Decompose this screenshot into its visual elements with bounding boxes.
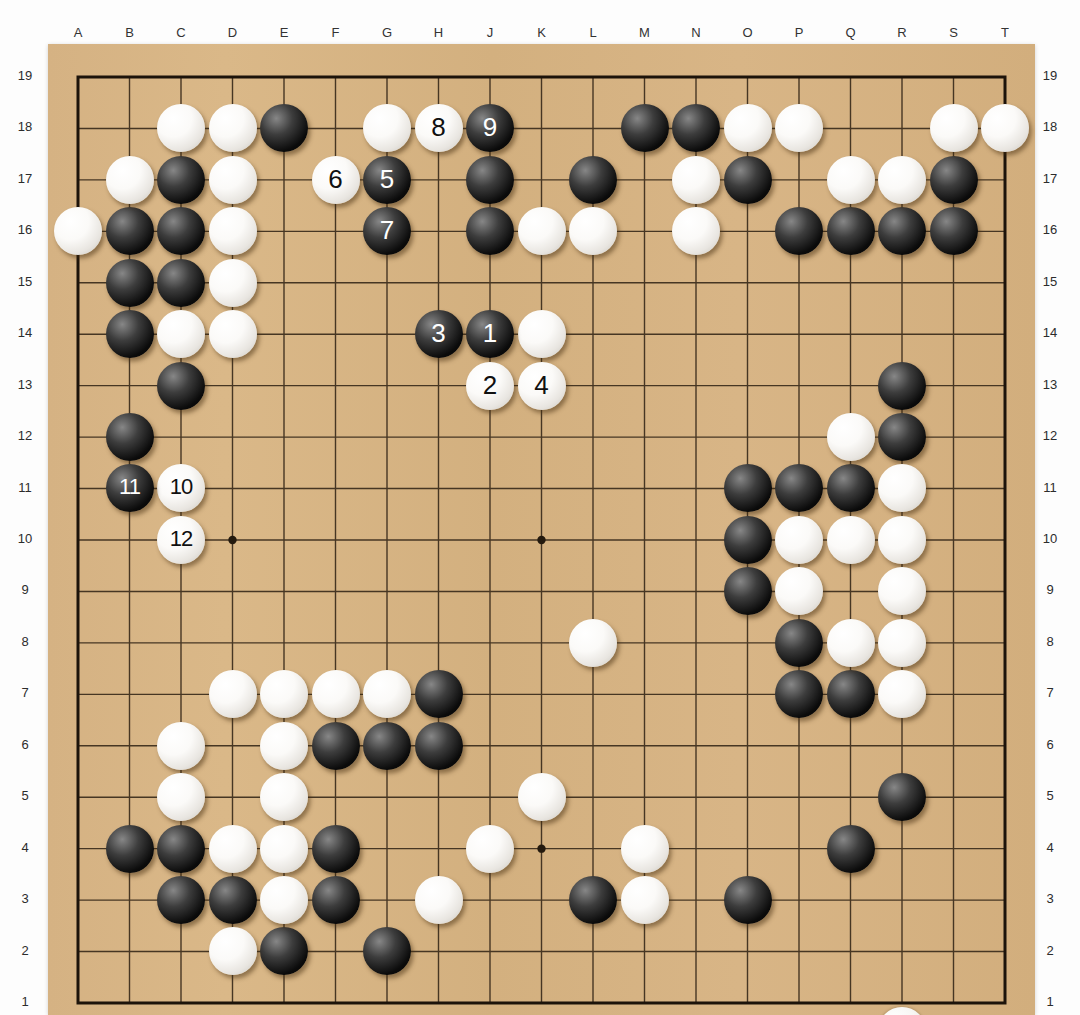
stone-white-C18[interactable] (155, 103, 207, 154)
stone-white-K14[interactable] (516, 308, 568, 359)
row-label-13-right: 13 (1036, 377, 1064, 392)
move-number-8: 8 (431, 114, 445, 140)
stone-white-E5[interactable] (258, 771, 310, 822)
stone-black-B15[interactable] (104, 257, 156, 308)
stone-white-D17[interactable] (207, 154, 259, 205)
row-label-19-right: 19 (1036, 68, 1064, 83)
row-label-12-left: 12 (11, 428, 39, 443)
stone-white-R9[interactable] (876, 566, 928, 617)
row-label-11-left: 11 (11, 480, 39, 495)
stone-black-J18[interactable]: 9 (464, 103, 516, 154)
column-label-T: T (993, 25, 1017, 40)
row-label-5-left: 5 (11, 788, 39, 803)
stone-white-K16[interactable] (516, 206, 568, 257)
column-label-M: M (633, 25, 657, 40)
stone-black-G17[interactable]: 5 (361, 154, 413, 205)
stone-black-H6[interactable] (413, 720, 465, 771)
move-number-4: 4 (534, 372, 548, 398)
column-label-P: P (787, 25, 811, 40)
row-label-6-right: 6 (1036, 737, 1064, 752)
stone-black-G6[interactable] (361, 720, 413, 771)
row-label-14-left: 14 (11, 325, 39, 340)
stone-white-R17[interactable] (876, 154, 928, 205)
row-label-13-left: 13 (11, 377, 39, 392)
row-label-1-left: 1 (11, 994, 39, 1009)
column-label-D: D (221, 25, 245, 40)
stone-black-B14[interactable] (104, 308, 156, 359)
stone-white-J13[interactable]: 2 (464, 360, 516, 411)
stone-black-O3[interactable] (722, 874, 774, 925)
stone-white-O18[interactable] (722, 103, 774, 154)
column-label-B: B (118, 25, 142, 40)
row-label-11-right: 11 (1036, 480, 1064, 495)
row-label-8-right: 8 (1036, 634, 1064, 649)
stone-white-H18[interactable]: 8 (413, 103, 465, 154)
stone-black-G16[interactable]: 7 (361, 206, 413, 257)
stone-white-M3[interactable] (619, 874, 671, 925)
row-label-16-right: 16 (1036, 222, 1064, 237)
stone-white-D18[interactable] (207, 103, 259, 154)
stone-white-C14[interactable] (155, 308, 207, 359)
stone-black-G2[interactable] (361, 926, 413, 977)
stone-black-M18[interactable] (619, 103, 671, 154)
column-label-F: F (324, 25, 348, 40)
stone-black-E18[interactable] (258, 103, 310, 154)
stone-black-J17[interactable] (464, 154, 516, 205)
stone-black-N18[interactable] (670, 103, 722, 154)
stone-white-D2[interactable] (207, 926, 259, 977)
stone-black-C16[interactable] (155, 206, 207, 257)
row-label-3-right: 3 (1036, 891, 1064, 906)
stone-white-H3[interactable] (413, 874, 465, 925)
row-label-17-right: 17 (1036, 171, 1064, 186)
move-number-6: 6 (328, 166, 342, 192)
stone-white-K5[interactable] (516, 771, 568, 822)
stone-black-B16[interactable] (104, 206, 156, 257)
stone-black-Q16[interactable] (825, 206, 877, 257)
column-label-H: H (427, 25, 451, 40)
stone-black-C15[interactable] (155, 257, 207, 308)
stone-black-S17[interactable] (928, 154, 980, 205)
stone-white-E4[interactable] (258, 823, 310, 874)
stone-white-D16[interactable] (207, 206, 259, 257)
stone-white-C6[interactable] (155, 720, 207, 771)
row-label-17-left: 17 (11, 171, 39, 186)
move-number-7: 7 (380, 217, 394, 243)
stone-white-R10[interactable] (876, 514, 928, 565)
row-label-2-left: 2 (11, 943, 39, 958)
stone-white-G18[interactable] (361, 103, 413, 154)
column-label-S: S (942, 25, 966, 40)
move-number-11: 11 (119, 476, 140, 498)
stone-black-P16[interactable] (773, 206, 825, 257)
row-label-18-left: 18 (11, 119, 39, 134)
stone-black-H7[interactable] (413, 669, 465, 720)
move-number-1: 1 (483, 320, 497, 346)
column-label-L: L (581, 25, 605, 40)
stone-white-F17[interactable]: 6 (310, 154, 362, 205)
stone-black-D3[interactable] (207, 874, 259, 925)
row-label-19-left: 19 (11, 68, 39, 83)
move-number-12: 12 (170, 528, 192, 550)
row-label-4-right: 4 (1036, 840, 1064, 855)
stone-black-C3[interactable] (155, 874, 207, 925)
row-label-3-left: 3 (11, 891, 39, 906)
stone-black-R16[interactable] (876, 206, 928, 257)
stone-black-H14[interactable]: 3 (413, 308, 465, 359)
row-label-10-left: 10 (11, 531, 39, 546)
move-number-3: 3 (431, 320, 445, 346)
stone-white-B17[interactable] (104, 154, 156, 205)
row-label-15-right: 15 (1036, 274, 1064, 289)
stone-black-S16[interactable] (928, 206, 980, 257)
stone-white-M4[interactable] (619, 823, 671, 874)
stone-black-Q7[interactable] (825, 669, 877, 720)
stone-white-F7[interactable] (310, 669, 362, 720)
stone-white-D14[interactable] (207, 308, 259, 359)
stone-black-O11[interactable] (722, 463, 774, 514)
stone-white-P10[interactable] (773, 514, 825, 565)
column-label-C: C (169, 25, 193, 40)
row-label-9-left: 9 (11, 582, 39, 597)
stone-black-R13[interactable] (876, 360, 928, 411)
stone-white-D4[interactable] (207, 823, 259, 874)
stone-black-O9[interactable] (722, 566, 774, 617)
stone-white-R11[interactable] (876, 463, 928, 514)
stone-white-E6[interactable] (258, 720, 310, 771)
stone-white-D7[interactable] (207, 669, 259, 720)
stones-grid: 123456789101112 (52, 51, 1031, 1015)
row-label-14-right: 14 (1036, 325, 1064, 340)
stone-black-L3[interactable] (567, 874, 619, 925)
row-label-10-right: 10 (1036, 531, 1064, 546)
row-label-15-left: 15 (11, 274, 39, 289)
stone-black-P11[interactable] (773, 463, 825, 514)
stone-black-J14[interactable]: 1 (464, 308, 516, 359)
stone-black-R12[interactable] (876, 411, 928, 462)
stone-white-Q8[interactable] (825, 617, 877, 668)
stone-white-S18[interactable] (928, 103, 980, 154)
move-number-5: 5 (380, 166, 394, 192)
column-label-E: E (272, 25, 296, 40)
column-label-J: J (478, 25, 502, 40)
stone-black-P8[interactable] (773, 617, 825, 668)
row-label-8-left: 8 (11, 634, 39, 649)
stone-white-N16[interactable] (670, 206, 722, 257)
stone-white-J4[interactable] (464, 823, 516, 874)
stone-black-J16[interactable] (464, 206, 516, 257)
stone-black-Q4[interactable] (825, 823, 877, 874)
column-label-Q: Q (839, 25, 863, 40)
stone-white-E3[interactable] (258, 874, 310, 925)
stone-black-F3[interactable] (310, 874, 362, 925)
move-number-10: 10 (170, 476, 192, 498)
stone-black-Q11[interactable] (825, 463, 877, 514)
row-label-1-right: 1 (1036, 994, 1064, 1009)
row-label-5-right: 5 (1036, 788, 1064, 803)
stone-white-N17[interactable] (670, 154, 722, 205)
stone-white-C11[interactable]: 10 (155, 463, 207, 514)
row-label-7-right: 7 (1036, 685, 1064, 700)
stone-white-C10[interactable]: 12 (155, 514, 207, 565)
stone-white-K13[interactable]: 4 (516, 360, 568, 411)
column-label-A: A (66, 25, 90, 40)
row-label-7-left: 7 (11, 685, 39, 700)
column-label-O: O (736, 25, 760, 40)
stone-white-L16[interactable] (567, 206, 619, 257)
stone-white-T18[interactable] (979, 103, 1031, 154)
move-number-9: 9 (483, 114, 497, 140)
stone-black-R5[interactable] (876, 771, 928, 822)
stone-white-G7[interactable] (361, 669, 413, 720)
stone-black-C13[interactable] (155, 360, 207, 411)
stone-white-D15[interactable] (207, 257, 259, 308)
stone-white-Q12[interactable] (825, 411, 877, 462)
column-label-G: G (375, 25, 399, 40)
row-label-18-right: 18 (1036, 119, 1064, 134)
stone-white-P18[interactable] (773, 103, 825, 154)
stone-black-B4[interactable] (104, 823, 156, 874)
row-label-2-right: 2 (1036, 943, 1064, 958)
stone-white-C5[interactable] (155, 771, 207, 822)
stone-white-Q10[interactable] (825, 514, 877, 565)
stone-black-C4[interactable] (155, 823, 207, 874)
row-label-16-left: 16 (11, 222, 39, 237)
stone-black-F4[interactable] (310, 823, 362, 874)
stone-black-B12[interactable] (104, 411, 156, 462)
go-board-viewer: ABCDEFGHJKLMNOPQRST 19181716151413121110… (0, 0, 1080, 1015)
column-label-K: K (530, 25, 554, 40)
stone-white-L8[interactable] (567, 617, 619, 668)
row-label-12-right: 12 (1036, 428, 1064, 443)
row-label-9-right: 9 (1036, 582, 1064, 597)
stone-white-A16[interactable] (52, 206, 104, 257)
stone-white-R7[interactable] (876, 669, 928, 720)
row-label-4-left: 4 (11, 840, 39, 855)
column-label-R: R (890, 25, 914, 40)
stone-black-C17[interactable] (155, 154, 207, 205)
stone-black-O17[interactable] (722, 154, 774, 205)
stone-white-E7[interactable] (258, 669, 310, 720)
stone-black-P7[interactable] (773, 669, 825, 720)
stone-white-P9[interactable] (773, 566, 825, 617)
stone-white-R8[interactable] (876, 617, 928, 668)
stone-black-B11[interactable]: 11 (104, 463, 156, 514)
stone-black-E2[interactable] (258, 926, 310, 977)
row-label-6-left: 6 (11, 737, 39, 752)
column-label-N: N (684, 25, 708, 40)
stone-black-O10[interactable] (722, 514, 774, 565)
stone-black-L17[interactable] (567, 154, 619, 205)
stone-white-Q17[interactable] (825, 154, 877, 205)
move-number-2: 2 (483, 372, 497, 398)
stone-black-F6[interactable] (310, 720, 362, 771)
